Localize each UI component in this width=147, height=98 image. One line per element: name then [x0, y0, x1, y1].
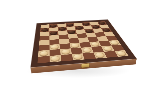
checker-piece-light[interactable] [51, 56, 60, 62]
board-square[interactable] [71, 48, 83, 54]
checker-piece-light[interactable] [103, 46, 113, 51]
board-square[interactable] [60, 48, 72, 55]
board-square[interactable] [89, 41, 101, 47]
board-square[interactable] [69, 43, 80, 49]
board-square[interactable] [49, 49, 60, 56]
board-square[interactable] [114, 50, 128, 57]
board-square[interactable] [49, 55, 61, 62]
board-square[interactable] [61, 54, 73, 61]
board-square[interactable] [49, 35, 59, 40]
board-square[interactable] [79, 42, 91, 48]
product-photo-stage [0, 0, 147, 98]
board-square[interactable] [59, 39, 70, 44]
checkers-board-scene [31, 19, 137, 67]
board-square[interactable] [99, 41, 111, 47]
board-square[interactable] [111, 45, 124, 51]
board-square[interactable] [101, 45, 114, 51]
board-square[interactable] [49, 44, 60, 50]
checker-piece-light[interactable] [71, 43, 80, 48]
board-square[interactable] [37, 56, 49, 63]
board-square[interactable] [49, 39, 59, 44]
board-square[interactable] [91, 46, 104, 52]
checker-piece-light[interactable] [50, 45, 58, 50]
checker-piece-light[interactable] [90, 42, 100, 46]
board-square[interactable] [39, 45, 50, 51]
board-square[interactable] [106, 36, 118, 41]
checker-piece-light[interactable] [82, 48, 92, 53]
board-square[interactable] [78, 37, 89, 42]
checker-piece-light[interactable] [73, 54, 83, 60]
board-square[interactable] [72, 53, 85, 60]
board-square[interactable] [59, 43, 70, 49]
brass-latch [81, 63, 89, 67]
board-square[interactable] [93, 52, 107, 59]
checker-piece-light[interactable] [116, 51, 127, 56]
board-square[interactable] [81, 47, 93, 53]
board-square[interactable] [38, 50, 49, 57]
board-square[interactable] [69, 38, 80, 43]
checker-piece-light[interactable] [95, 52, 106, 57]
checker-piece-light[interactable] [61, 49, 70, 54]
board-grid [37, 21, 128, 63]
board-square[interactable] [83, 52, 96, 59]
board-square[interactable] [104, 51, 118, 58]
board-square[interactable] [39, 36, 49, 41]
board-square[interactable] [108, 40, 121, 46]
checker-piece-light[interactable] [39, 51, 48, 56]
checker-piece-light[interactable] [110, 41, 120, 45]
board-square[interactable] [39, 40, 49, 46]
